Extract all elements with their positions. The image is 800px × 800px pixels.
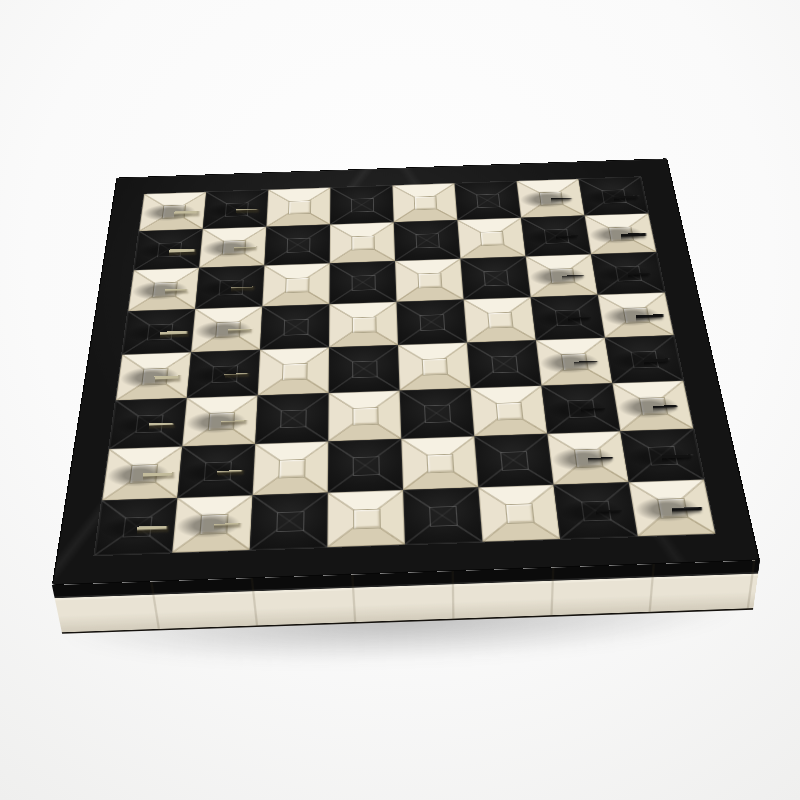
- square-d6[interactable]: [467, 340, 541, 388]
- square-a1[interactable]: ♜: [95, 498, 178, 555]
- square-b6[interactable]: [474, 434, 553, 488]
- square-f3[interactable]: [262, 263, 329, 306]
- square-f6[interactable]: [460, 256, 530, 299]
- square-h4[interactable]: [330, 185, 394, 224]
- photo-canvas: ♜♟♟♜♞♟♟♞♝♟♟♝♚♟♟♚♛♟♟♛♝♟♟♝♞♟♟♞♜♟♟♜ Startin…: [0, 0, 800, 800]
- square-h5[interactable]: [392, 183, 457, 222]
- square-c4[interactable]: [328, 391, 401, 442]
- scene: ♜♟♟♜♞♟♟♞♝♟♟♝♚♟♟♚♛♟♟♛♝♟♟♝♞♟♟♞♜♟♟♜: [0, 0, 800, 800]
- perspective-wrapper: ♜♟♟♜♞♟♟♞♝♟♟♝♚♟♟♚♛♟♟♛♝♟♟♝♞♟♟♞♜♟♟♜: [77, 24, 718, 665]
- square-b5[interactable]: [401, 436, 478, 490]
- square-f4[interactable]: [329, 261, 396, 304]
- square-c5[interactable]: [400, 388, 475, 439]
- square-h6[interactable]: [454, 181, 521, 220]
- square-c3[interactable]: [255, 393, 328, 444]
- square-d4[interactable]: [329, 345, 400, 393]
- board-front-base-edge: [52, 560, 760, 634]
- square-a4[interactable]: [327, 490, 405, 547]
- square-d5[interactable]: [398, 343, 471, 391]
- square-a2[interactable]: ♟: [172, 495, 252, 552]
- square-a8[interactable]: ♜: [629, 480, 716, 537]
- chess-board: ♜♟♟♜♞♟♟♞♝♟♟♝♚♟♟♚♛♟♟♛♝♟♟♝♞♟♟♞♜♟♟♜: [52, 158, 760, 585]
- square-e3[interactable]: [260, 304, 329, 350]
- board-grid: ♜♟♟♜♞♟♟♞♝♟♟♝♚♟♟♚♛♟♟♛♝♟♟♝♞♟♟♞♜♟♟♜: [95, 177, 716, 556]
- square-g5[interactable]: [394, 220, 461, 261]
- square-a5[interactable]: [403, 487, 482, 544]
- square-h3[interactable]: [266, 188, 330, 227]
- square-g4[interactable]: [330, 222, 395, 263]
- square-g6[interactable]: [457, 218, 525, 259]
- square-d3[interactable]: [258, 347, 329, 395]
- square-e5[interactable]: [396, 300, 466, 345]
- square-g3[interactable]: [264, 224, 330, 265]
- square-c6[interactable]: [471, 386, 548, 437]
- square-a6[interactable]: [478, 485, 560, 542]
- square-b4[interactable]: [328, 439, 403, 493]
- square-e4[interactable]: [329, 302, 398, 348]
- square-e6[interactable]: [464, 297, 536, 342]
- square-f5[interactable]: [395, 259, 464, 302]
- square-a3[interactable]: [250, 493, 328, 550]
- square-b3[interactable]: [253, 441, 329, 495]
